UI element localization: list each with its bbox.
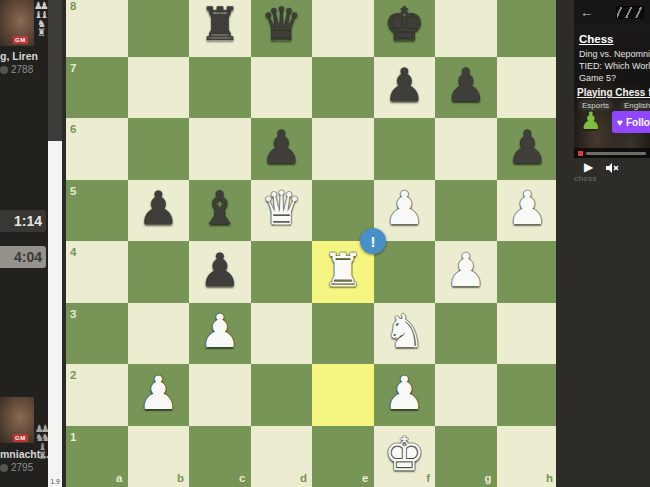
stream-header: ←: [574, 0, 650, 25]
rank-label-7: 7: [70, 62, 76, 74]
square-b8[interactable]: [128, 0, 190, 57]
square-f4[interactable]: [374, 241, 436, 303]
stream-analysis-panel: ← Chess Ding vs. Nepomnia TIED: Which Wo…: [556, 0, 650, 487]
live-indicator: [578, 151, 583, 156]
app-window: GM ♟♟♝♝♞♜ g, Liren 2788 1:14 4:04 GM ♟♟♞…: [0, 0, 650, 487]
mute-icon[interactable]: [606, 162, 619, 174]
square-a1[interactable]: 1a: [66, 426, 128, 487]
stream-info-bar: [586, 152, 646, 155]
top-player-rating: 2788: [0, 64, 33, 75]
square-b7[interactable]: [128, 57, 190, 119]
square-c7[interactable]: [189, 57, 251, 119]
square-b5[interactable]: ♟: [128, 180, 190, 242]
square-f3[interactable]: ♞: [374, 303, 436, 365]
evaluation-bar-value: 1.9: [48, 478, 62, 485]
rank-label-2: 2: [70, 369, 76, 381]
square-b2[interactable]: ♟: [128, 364, 190, 426]
rating-icon: [0, 66, 8, 74]
file-label-e: e: [362, 472, 368, 484]
chess-board[interactable]: 8♜♛♚7♟♟6♟♟5♟♝♛♟♟4♟♜♟3♟♞2♟♟1abcde♚fgh!: [66, 0, 558, 487]
square-c2[interactable]: [189, 364, 251, 426]
square-d1[interactable]: d: [251, 426, 313, 487]
square-e3[interactable]: [312, 303, 374, 365]
square-a3[interactable]: 3: [66, 303, 128, 365]
square-g1[interactable]: g: [435, 426, 497, 487]
square-c3[interactable]: ♟: [189, 303, 251, 365]
rank-label-5: 5: [70, 185, 76, 197]
square-d3[interactable]: [251, 303, 313, 365]
rank-label-1: 1: [70, 431, 76, 443]
channel-link[interactable]: Chess: [579, 33, 614, 45]
top-player-name: g, Liren: [0, 50, 48, 62]
white-pawn-f2[interactable]: ♟: [384, 370, 425, 416]
rating-icon: [0, 464, 8, 472]
rank-label-6: 6: [70, 123, 76, 135]
square-d8[interactable]: ♛: [251, 0, 313, 57]
stream-logo: [616, 6, 644, 19]
square-a7[interactable]: 7: [66, 57, 128, 119]
square-b6[interactable]: [128, 118, 190, 180]
video-controls: ▶ chess: [574, 158, 650, 182]
square-b3[interactable]: [128, 303, 190, 365]
square-f8[interactable]: ♚: [374, 0, 436, 57]
file-label-b: b: [177, 472, 184, 484]
white-queen-d5[interactable]: ♛: [261, 185, 302, 231]
black-pawn-c4[interactable]: ♟: [199, 247, 240, 293]
white-pawn-f5[interactable]: ♟: [384, 185, 425, 231]
white-king-f1[interactable]: ♚: [384, 431, 425, 477]
square-g6[interactable]: [435, 118, 497, 180]
rank-label-4: 4: [70, 246, 76, 258]
square-a6[interactable]: 6: [66, 118, 128, 180]
square-e8[interactable]: [312, 0, 374, 57]
stream-title-line: Ding vs. Nepomnia: [579, 49, 650, 59]
file-label-d: d: [300, 472, 307, 484]
square-g8[interactable]: [435, 0, 497, 57]
file-label-c: c: [239, 472, 245, 484]
stream-subtitle-link[interactable]: Playing Chess for: [577, 87, 650, 98]
square-g7[interactable]: ♟: [435, 57, 497, 119]
square-c4[interactable]: ♟: [189, 241, 251, 303]
bottom-player-gm-badge: GM: [13, 434, 28, 442]
evaluation-bar: 1.9: [48, 0, 62, 487]
black-bishop-c5[interactable]: ♝: [199, 185, 240, 231]
twitch-video-embed[interactable]: Chess Ding vs. Nepomnia TIED: Which Worl…: [574, 25, 650, 158]
square-g2[interactable]: [435, 364, 497, 426]
follow-button[interactable]: ♥ Follow: [612, 111, 650, 133]
bottom-player-clock: 4:04: [0, 246, 46, 268]
good-move-badge: !: [360, 228, 386, 254]
square-f6[interactable]: [374, 118, 436, 180]
white-knight-f3[interactable]: ♞: [384, 308, 425, 354]
square-f2[interactable]: ♟: [374, 364, 436, 426]
square-d7[interactable]: [251, 57, 313, 119]
rank-label-8: 8: [70, 0, 76, 12]
square-b1[interactable]: b: [128, 426, 190, 487]
square-a2[interactable]: 2: [66, 364, 128, 426]
play-icon[interactable]: ▶: [584, 160, 593, 174]
square-e1[interactable]: e: [312, 426, 374, 487]
black-pawn-g7[interactable]: ♟: [445, 62, 486, 108]
top-player-clock: 1:14: [0, 210, 46, 232]
stream-title-line: TIED: Which World: [579, 61, 650, 71]
stream-title-line: Game 5?: [579, 73, 616, 83]
top-player-captured-pieces: ♟♟♝♝♞♜: [34, 1, 46, 37]
square-e7[interactable]: [312, 57, 374, 119]
white-pawn-b2[interactable]: ♟: [138, 370, 179, 416]
stream-watermark: chess: [574, 174, 597, 183]
white-rook-e4[interactable]: ♜: [322, 247, 363, 293]
square-d2[interactable]: [251, 364, 313, 426]
black-pawn-d6[interactable]: ♟: [261, 124, 302, 170]
black-rook-c8[interactable]: ♜: [199, 1, 240, 47]
square-c8[interactable]: ♜: [189, 0, 251, 57]
black-pawn-h6[interactable]: ♟: [507, 124, 548, 170]
rank-label-3: 3: [70, 308, 76, 320]
black-queen-d8[interactable]: ♛: [261, 1, 302, 47]
white-pawn-c3[interactable]: ♟: [199, 308, 240, 354]
stream-info-strip: [574, 148, 650, 158]
players-sidebar: GM ♟♟♝♝♞♜ g, Liren 2788 1:14 4:04 GM ♟♟♞…: [0, 0, 48, 487]
square-f1[interactable]: ♚f: [374, 426, 436, 487]
file-label-a: a: [116, 472, 122, 484]
square-a5[interactable]: 5: [66, 180, 128, 242]
square-c5[interactable]: ♝: [189, 180, 251, 242]
file-label-g: g: [484, 472, 491, 484]
square-e6[interactable]: [312, 118, 374, 180]
square-h8[interactable]: [497, 0, 559, 57]
square-h7[interactable]: [497, 57, 559, 119]
black-pawn-f7[interactable]: ♟: [384, 62, 425, 108]
black-king-f8[interactable]: ♚: [384, 1, 425, 47]
white-pawn-h5[interactable]: ♟: [507, 185, 548, 231]
square-h3[interactable]: [497, 303, 559, 365]
evaluation-bar-white: [48, 141, 62, 487]
top-player-gm-badge: GM: [13, 36, 28, 44]
black-pawn-b5[interactable]: ♟: [138, 185, 179, 231]
square-h6[interactable]: ♟: [497, 118, 559, 180]
square-c1[interactable]: c: [189, 426, 251, 487]
file-label-f: f: [426, 472, 430, 484]
square-h1[interactable]: h: [497, 426, 559, 487]
square-h2[interactable]: [497, 364, 559, 426]
square-d4[interactable]: [251, 241, 313, 303]
square-d6[interactable]: ♟: [251, 118, 313, 180]
file-label-h: h: [546, 472, 553, 484]
square-a4[interactable]: 4: [66, 241, 128, 303]
square-a8[interactable]: 8: [66, 0, 128, 57]
channel-pawn-icon: ♟: [580, 109, 602, 133]
back-arrow-icon[interactable]: ←: [580, 5, 593, 20]
bottom-player-rating: 2795: [0, 462, 33, 473]
tag-english[interactable]: English: [620, 100, 650, 111]
square-f7[interactable]: ♟: [374, 57, 436, 119]
white-pawn-g4[interactable]: ♟: [445, 247, 486, 293]
bottom-player-name: mniacht...: [0, 448, 48, 460]
square-g4[interactable]: ♟: [435, 241, 497, 303]
square-h5[interactable]: ♟: [497, 180, 559, 242]
square-c6[interactable]: [189, 118, 251, 180]
square-e2[interactable]: [312, 364, 374, 426]
square-g3[interactable]: [435, 303, 497, 365]
square-h4[interactable]: [497, 241, 559, 303]
captured-r: ♜: [34, 28, 46, 37]
square-g5[interactable]: [435, 180, 497, 242]
heart-icon: ♥: [617, 117, 623, 128]
square-b4[interactable]: [128, 241, 190, 303]
square-d5[interactable]: ♛: [251, 180, 313, 242]
